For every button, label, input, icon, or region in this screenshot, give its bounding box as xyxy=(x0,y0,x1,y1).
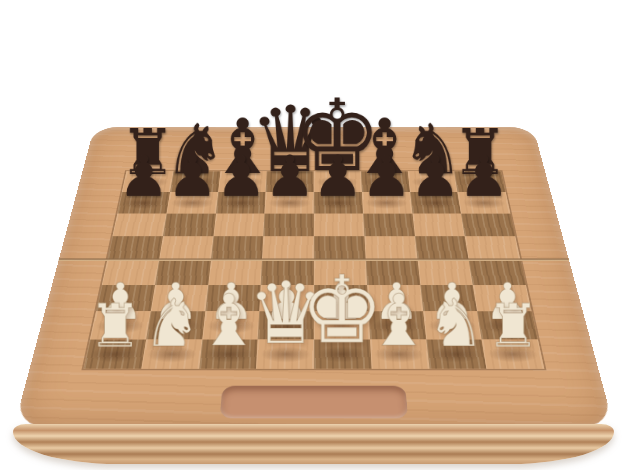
square-d6 xyxy=(263,213,313,236)
square-a1: ♜ xyxy=(83,339,145,368)
board-scene: ♜♞♝♛♚♝♞♜♟♟♟♟♟♟♟♟♟♟♟♟♟♟♟♟♜♞♝♛♚♝♞♜ xyxy=(0,0,627,470)
square-g1: ♞ xyxy=(425,339,486,368)
square-a6 xyxy=(112,213,166,236)
piece-white-knight: ♞ xyxy=(142,291,201,356)
chess-board: ♜♞♝♛♚♝♞♜♟♟♟♟♟♟♟♟♟♟♟♟♟♟♟♟♜♞♝♛♚♝♞♜ xyxy=(14,127,614,427)
square-c6 xyxy=(213,213,265,236)
square-g5 xyxy=(414,236,468,260)
square-c5 xyxy=(210,236,263,260)
square-a7: ♟ xyxy=(117,192,170,214)
piece-black-pawn: ♟ xyxy=(312,148,363,205)
square-b7: ♟ xyxy=(166,192,217,214)
piece-black-pawn: ♟ xyxy=(264,148,315,205)
piece-black-pawn: ♟ xyxy=(215,148,266,205)
square-c7: ♟ xyxy=(215,192,265,214)
square-a5 xyxy=(107,236,163,260)
square-b5 xyxy=(158,236,212,260)
piece-white-rook: ♜ xyxy=(485,296,539,356)
square-g6 xyxy=(412,213,465,236)
piece-black-pawn: ♟ xyxy=(361,148,412,205)
square-f6 xyxy=(363,213,415,236)
square-b6 xyxy=(162,213,215,236)
square-h6 xyxy=(461,213,515,236)
handle-recess xyxy=(219,386,408,419)
piece-white-bishop: ♝ xyxy=(367,286,431,357)
piece-black-pawn: ♟ xyxy=(118,148,169,205)
square-e7: ♟ xyxy=(313,192,362,214)
playing-area: ♜♞♝♛♚♝♞♜♟♟♟♟♟♟♟♟♟♟♟♟♟♟♟♟♜♞♝♛♚♝♞♜ xyxy=(81,170,546,370)
square-h5 xyxy=(464,236,520,260)
piece-black-pawn: ♟ xyxy=(167,148,218,205)
square-e6 xyxy=(313,213,363,236)
square-f7: ♟ xyxy=(361,192,411,214)
square-g7: ♟ xyxy=(409,192,460,214)
square-h1: ♜ xyxy=(481,339,543,368)
piece-white-knight: ♞ xyxy=(426,291,485,356)
square-f1: ♝ xyxy=(369,339,428,368)
square-b1: ♞ xyxy=(141,339,202,368)
piece-black-pawn: ♟ xyxy=(409,148,460,205)
square-h7: ♟ xyxy=(457,192,510,214)
bottom-molding xyxy=(13,424,614,464)
square-e1: ♚ xyxy=(313,339,371,368)
piece-black-pawn: ♟ xyxy=(458,148,509,205)
square-d7: ♟ xyxy=(264,192,313,214)
perspective-wrap: ♜♞♝♛♚♝♞♜♟♟♟♟♟♟♟♟♟♟♟♟♟♟♟♟♜♞♝♛♚♝♞♜ xyxy=(0,0,627,470)
piece-white-rook: ♜ xyxy=(88,296,142,356)
